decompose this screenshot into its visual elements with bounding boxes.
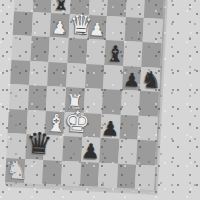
square-g8	[126, 0, 146, 17]
square-b7	[31, 12, 51, 37]
piece-bB-f6: ♝	[104, 42, 124, 65]
square-a6	[11, 35, 31, 60]
square-h2	[137, 140, 157, 165]
square-f3: ♟	[101, 113, 121, 138]
square-c8: ♝	[51, 0, 71, 14]
square-a5	[10, 60, 30, 85]
square-g6	[123, 41, 143, 66]
square-h1	[135, 164, 155, 189]
square-b2: ♛	[25, 134, 45, 159]
square-h3	[138, 115, 158, 140]
piece-bP-e2: ♟	[81, 141, 101, 163]
square-f5	[103, 64, 123, 89]
square-e4	[83, 88, 103, 113]
piece-wK-d3: ♚	[63, 107, 83, 137]
square-f6: ♝	[104, 40, 124, 65]
square-b6	[30, 36, 50, 61]
piece-bP-f3: ♟	[101, 118, 121, 139]
piece-wB-c3: ♝	[45, 111, 65, 136]
square-a7	[13, 11, 33, 36]
square-b3	[26, 109, 46, 134]
square-d6	[67, 38, 87, 63]
square-h7	[143, 17, 163, 42]
square-c5	[47, 62, 67, 87]
piece-bP-g5: ♟	[122, 71, 142, 91]
square-f1	[98, 162, 118, 187]
square-h4	[139, 91, 159, 116]
square-d1	[61, 160, 81, 185]
piece-wR-d4: ♜	[65, 92, 85, 112]
square-b4	[27, 85, 47, 110]
square-d3: ♚	[63, 111, 83, 136]
square-b8	[33, 0, 53, 13]
square-d4: ♜	[65, 87, 85, 112]
square-f7	[106, 16, 126, 41]
square-b1	[24, 158, 44, 183]
piece-wN-a1: ♞	[5, 157, 25, 183]
square-a4	[9, 84, 29, 109]
square-f2	[99, 138, 119, 163]
square-e8	[88, 0, 108, 16]
square-e7: ♟	[87, 15, 107, 40]
square-c1	[42, 159, 62, 184]
square-e1	[79, 161, 99, 186]
square-g5: ♟	[122, 65, 142, 90]
chessboard: ♝♟♛♟♝♟♞♜♝♚♟♛♟♞	[5, 0, 166, 193]
square-g2	[118, 139, 138, 164]
square-a2	[6, 133, 26, 158]
square-d2	[62, 136, 82, 161]
square-c6	[49, 37, 69, 62]
square-e5	[85, 63, 105, 88]
square-h8	[144, 0, 164, 18]
square-h5: ♞	[140, 66, 160, 91]
square-e6	[86, 39, 106, 64]
square-g7	[124, 16, 144, 41]
square-c7: ♟	[50, 13, 70, 38]
square-d8	[70, 0, 90, 15]
square-g1	[117, 163, 137, 188]
square-d7: ♛	[69, 14, 89, 39]
square-c3: ♝	[45, 110, 65, 135]
square-f4	[102, 89, 122, 114]
chessboard-photo: ♝♟♛♟♝♟♞♜♝♚♟♛♟♞	[0, 0, 200, 200]
square-a1: ♞	[5, 157, 25, 182]
square-h6	[142, 42, 162, 67]
square-e3	[82, 112, 102, 137]
piece-wP-e7: ♟	[87, 21, 107, 40]
square-a3	[8, 109, 28, 134]
square-e2: ♟	[81, 137, 101, 162]
square-g4	[120, 90, 140, 115]
piece-bB-c8: ♝	[51, 0, 71, 14]
square-d5	[66, 63, 86, 88]
square-c4	[46, 86, 66, 111]
piece-wQ-d7: ♛	[69, 11, 89, 39]
square-g3	[119, 114, 139, 139]
square-f8	[107, 0, 127, 16]
square-b5	[29, 61, 49, 86]
piece-wP-c7: ♟	[50, 19, 70, 38]
piece-bN-h5: ♞	[140, 68, 160, 92]
square-c2	[44, 135, 64, 160]
